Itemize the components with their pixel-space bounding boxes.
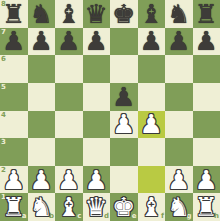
piece-black-pawn-icon[interactable]: ♟ bbox=[83, 28, 111, 56]
piece-black-pawn-icon[interactable]: ♟ bbox=[138, 28, 166, 56]
square-e3[interactable] bbox=[110, 138, 138, 166]
piece-white-pawn-icon[interactable]: ♟ bbox=[0, 166, 28, 194]
square-d8[interactable]: ♛ bbox=[83, 0, 111, 28]
square-c7[interactable]: ♟ bbox=[55, 28, 83, 56]
piece-white-rook-icon[interactable]: ♜ bbox=[0, 193, 28, 221]
square-g1[interactable]: g♞ bbox=[165, 193, 193, 221]
piece-white-pawn-icon[interactable]: ♟ bbox=[28, 166, 56, 194]
square-e7[interactable] bbox=[110, 28, 138, 56]
square-g7[interactable]: ♟ bbox=[165, 28, 193, 56]
square-c2[interactable]: ♟ bbox=[55, 166, 83, 194]
piece-white-king-icon[interactable]: ♚ bbox=[110, 193, 138, 221]
square-b3[interactable] bbox=[28, 138, 56, 166]
square-d5[interactable] bbox=[83, 83, 111, 111]
square-d6[interactable] bbox=[83, 55, 111, 83]
square-a5[interactable]: 5 bbox=[0, 83, 28, 111]
piece-black-bishop-icon[interactable]: ♝ bbox=[138, 0, 166, 28]
piece-white-pawn-icon[interactable]: ♟ bbox=[83, 166, 111, 194]
chess-board: 8♜♞♝♛♚♝♞♜7♟♟♟♟♟♟♟65♟4♟♟32♟♟♟♟♟♟1a♜b♞c♝d♛… bbox=[0, 0, 220, 221]
square-a8[interactable]: 8♜ bbox=[0, 0, 28, 28]
square-d4[interactable] bbox=[83, 111, 111, 139]
square-h2[interactable]: ♟ bbox=[193, 166, 221, 194]
piece-white-knight-icon[interactable]: ♞ bbox=[28, 193, 56, 221]
square-h7[interactable]: ♟ bbox=[193, 28, 221, 56]
square-b2[interactable]: ♟ bbox=[28, 166, 56, 194]
piece-white-pawn-icon[interactable]: ♟ bbox=[138, 111, 166, 139]
square-g2[interactable]: ♟ bbox=[165, 166, 193, 194]
square-c8[interactable]: ♝ bbox=[55, 0, 83, 28]
square-c5[interactable] bbox=[55, 83, 83, 111]
square-b6[interactable] bbox=[28, 55, 56, 83]
square-e2[interactable] bbox=[110, 166, 138, 194]
square-g3[interactable] bbox=[165, 138, 193, 166]
square-d7[interactable]: ♟ bbox=[83, 28, 111, 56]
square-h4[interactable] bbox=[193, 111, 221, 139]
square-a7[interactable]: 7♟ bbox=[0, 28, 28, 56]
square-e4[interactable]: ♟ bbox=[110, 111, 138, 139]
square-e6[interactable] bbox=[110, 55, 138, 83]
piece-white-pawn-icon[interactable]: ♟ bbox=[55, 166, 83, 194]
square-c4[interactable] bbox=[55, 111, 83, 139]
piece-white-bishop-icon[interactable]: ♝ bbox=[138, 193, 166, 221]
square-a4[interactable]: 4 bbox=[0, 111, 28, 139]
square-g4[interactable] bbox=[165, 111, 193, 139]
square-f5[interactable] bbox=[138, 83, 166, 111]
square-g5[interactable] bbox=[165, 83, 193, 111]
square-b1[interactable]: b♞ bbox=[28, 193, 56, 221]
square-h1[interactable]: h♜ bbox=[193, 193, 221, 221]
piece-white-rook-icon[interactable]: ♜ bbox=[193, 193, 221, 221]
piece-black-rook-icon[interactable]: ♜ bbox=[193, 0, 221, 28]
square-a1[interactable]: 1a♜ bbox=[0, 193, 28, 221]
square-b8[interactable]: ♞ bbox=[28, 0, 56, 28]
square-f2[interactable] bbox=[138, 166, 166, 194]
piece-black-king-icon[interactable]: ♚ bbox=[110, 0, 138, 28]
square-a2[interactable]: 2♟ bbox=[0, 166, 28, 194]
piece-black-pawn-icon[interactable]: ♟ bbox=[110, 83, 138, 111]
square-a6[interactable]: 6 bbox=[0, 55, 28, 83]
square-h5[interactable] bbox=[193, 83, 221, 111]
square-d1[interactable]: d♛ bbox=[83, 193, 111, 221]
piece-black-pawn-icon[interactable]: ♟ bbox=[165, 28, 193, 56]
square-f1[interactable]: f♝ bbox=[138, 193, 166, 221]
rank-label-3: 3 bbox=[1, 139, 6, 146]
piece-black-knight-icon[interactable]: ♞ bbox=[28, 0, 56, 28]
square-f6[interactable] bbox=[138, 55, 166, 83]
piece-white-pawn-icon[interactable]: ♟ bbox=[193, 166, 221, 194]
piece-black-pawn-icon[interactable]: ♟ bbox=[28, 28, 56, 56]
square-a3[interactable]: 3 bbox=[0, 138, 28, 166]
piece-white-pawn-icon[interactable]: ♟ bbox=[110, 111, 138, 139]
square-c6[interactable] bbox=[55, 55, 83, 83]
square-b4[interactable] bbox=[28, 111, 56, 139]
square-h3[interactable] bbox=[193, 138, 221, 166]
square-e5[interactable]: ♟ bbox=[110, 83, 138, 111]
square-f4[interactable]: ♟ bbox=[138, 111, 166, 139]
piece-black-pawn-icon[interactable]: ♟ bbox=[193, 28, 221, 56]
piece-white-knight-icon[interactable]: ♞ bbox=[165, 193, 193, 221]
square-e8[interactable]: ♚ bbox=[110, 0, 138, 28]
piece-black-queen-icon[interactable]: ♛ bbox=[83, 0, 111, 28]
square-f7[interactable]: ♟ bbox=[138, 28, 166, 56]
square-d3[interactable] bbox=[83, 138, 111, 166]
square-c3[interactable] bbox=[55, 138, 83, 166]
square-h6[interactable] bbox=[193, 55, 221, 83]
piece-white-queen-icon[interactable]: ♛ bbox=[83, 193, 111, 221]
piece-black-knight-icon[interactable]: ♞ bbox=[165, 0, 193, 28]
piece-black-pawn-icon[interactable]: ♟ bbox=[0, 28, 28, 56]
square-g6[interactable] bbox=[165, 55, 193, 83]
rank-label-6: 6 bbox=[1, 56, 6, 63]
square-f3[interactable] bbox=[138, 138, 166, 166]
piece-black-rook-icon[interactable]: ♜ bbox=[0, 0, 28, 28]
piece-white-bishop-icon[interactable]: ♝ bbox=[55, 193, 83, 221]
piece-white-pawn-icon[interactable]: ♟ bbox=[165, 166, 193, 194]
square-h8[interactable]: ♜ bbox=[193, 0, 221, 28]
square-e1[interactable]: e♚ bbox=[110, 193, 138, 221]
square-b5[interactable] bbox=[28, 83, 56, 111]
square-d2[interactable]: ♟ bbox=[83, 166, 111, 194]
square-c1[interactable]: c♝ bbox=[55, 193, 83, 221]
rank-label-5: 5 bbox=[1, 84, 6, 91]
square-g8[interactable]: ♞ bbox=[165, 0, 193, 28]
piece-black-bishop-icon[interactable]: ♝ bbox=[55, 0, 83, 28]
square-f8[interactable]: ♝ bbox=[138, 0, 166, 28]
square-b7[interactable]: ♟ bbox=[28, 28, 56, 56]
rank-label-4: 4 bbox=[1, 112, 6, 119]
piece-black-pawn-icon[interactable]: ♟ bbox=[55, 28, 83, 56]
